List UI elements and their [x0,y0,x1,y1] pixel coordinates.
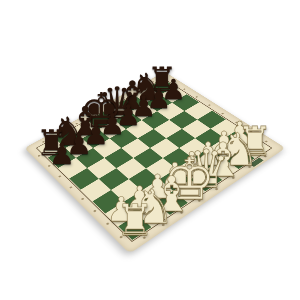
rivet-dot [59,175,62,177]
board-perspective-wrap [24,72,285,254]
chess-board [38,79,270,240]
rivet-dot [107,105,110,107]
rivet-dot [151,81,154,83]
rivet-dot [93,209,97,212]
rivet-dot [265,140,269,142]
rivet-dot [171,81,174,83]
rivet-dot [48,164,51,166]
rivet-dot [70,186,73,189]
rivet-dot [183,88,186,90]
rivet-dot [59,131,62,133]
rivet-dot [195,96,198,98]
product-photo-canvas: ♜♞♝♛♚♝♞♜♟♟♟♟♟♟♟♟♟♟♟♟♟♟♟♟♜♞♝♛♚♝♞♜ [0,0,300,300]
vinyl-board-mat [24,72,285,254]
rivet-dot [42,141,45,143]
rivet-dot [142,236,146,239]
rivet-dot [214,188,218,191]
rivet-dot [122,97,125,99]
rivet-dot [38,154,41,156]
rivet-dot [250,130,253,132]
rivet-dot [235,121,238,123]
rivet-dot [247,165,251,167]
rivet-dot [221,112,224,114]
rivet-dot [91,114,94,116]
rivet-dot [263,155,267,157]
rivet-dot [75,122,78,124]
rivet-dot [208,104,211,106]
rivet-dot [231,176,235,179]
rivet-dot [197,199,201,202]
rivet-dot [106,222,110,225]
rivet-dot [179,211,183,214]
rivet-dot [161,223,165,226]
rivet-dot [81,197,85,200]
rivet-dot [120,235,124,238]
rivet-dot [137,89,140,91]
